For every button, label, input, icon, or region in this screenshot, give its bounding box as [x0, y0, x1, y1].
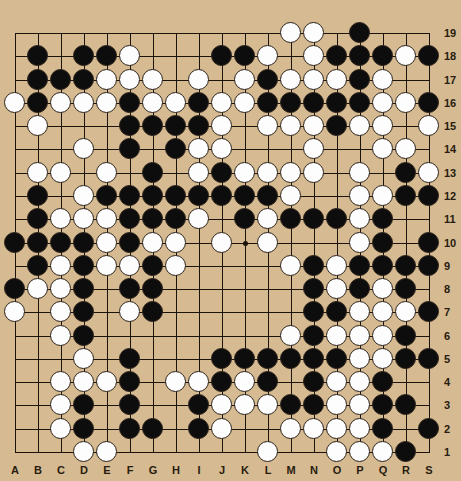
white-stone-C8[interactable] [50, 278, 71, 299]
black-stone-R3[interactable] [395, 394, 416, 415]
white-stone-D11[interactable] [73, 208, 94, 229]
row-label-7: 7 [444, 306, 450, 318]
column-label-P: P [356, 464, 363, 476]
row-label-4: 4 [444, 376, 450, 388]
black-stone-D3[interactable] [73, 394, 94, 415]
black-stone-M5[interactable] [280, 348, 301, 369]
white-stone-J2[interactable] [211, 418, 232, 439]
white-stone-P1[interactable] [349, 441, 370, 462]
black-stone-P19[interactable] [349, 22, 370, 43]
white-stone-E11[interactable] [96, 208, 117, 229]
row-label-19: 19 [444, 27, 456, 39]
white-stone-G16[interactable] [142, 92, 163, 113]
column-label-E: E [103, 464, 110, 476]
white-stone-K16[interactable] [234, 92, 255, 113]
white-stone-N14[interactable] [303, 138, 324, 159]
black-stone-B10[interactable] [27, 232, 48, 253]
black-stone-M16[interactable] [280, 92, 301, 113]
black-stone-P16[interactable] [349, 92, 370, 113]
black-stone-S9[interactable] [418, 255, 439, 276]
white-stone-B13[interactable] [27, 162, 48, 183]
row-label-10: 10 [444, 237, 456, 249]
black-stone-B17[interactable] [27, 69, 48, 90]
black-stone-G9[interactable] [142, 255, 163, 276]
white-stone-O1[interactable] [326, 441, 347, 462]
white-stone-I17[interactable] [188, 69, 209, 90]
black-stone-R13[interactable] [395, 162, 416, 183]
row-label-11: 11 [444, 213, 456, 225]
white-stone-M6[interactable] [280, 325, 301, 346]
white-stone-K17[interactable] [234, 69, 255, 90]
white-stone-Q15[interactable] [372, 115, 393, 136]
black-stone-A10[interactable] [4, 232, 25, 253]
white-stone-C9[interactable] [50, 255, 71, 276]
black-stone-L16[interactable] [257, 92, 278, 113]
column-label-O: O [333, 464, 342, 476]
black-stone-B11[interactable] [27, 208, 48, 229]
white-stone-E17[interactable] [96, 69, 117, 90]
white-stone-A16[interactable] [4, 92, 25, 113]
white-stone-E13[interactable] [96, 162, 117, 183]
black-stone-O5[interactable] [326, 348, 347, 369]
black-stone-S7[interactable] [418, 301, 439, 322]
black-stone-J18[interactable] [211, 45, 232, 66]
column-label-H: H [172, 464, 180, 476]
hoshi-point [243, 241, 248, 246]
black-stone-N4[interactable] [303, 371, 324, 392]
white-stone-O6[interactable] [326, 325, 347, 346]
black-stone-F10[interactable] [119, 232, 140, 253]
white-stone-H10[interactable] [165, 232, 186, 253]
go-board: ABCDEFGHIJKLMNOPQRS191817161514131211109… [0, 0, 461, 481]
black-stone-O16[interactable] [326, 92, 347, 113]
black-stone-Q4[interactable] [372, 371, 393, 392]
black-stone-L5[interactable] [257, 348, 278, 369]
white-stone-L1[interactable] [257, 441, 278, 462]
white-stone-N13[interactable] [303, 162, 324, 183]
white-stone-H16[interactable] [165, 92, 186, 113]
black-stone-F11[interactable] [119, 208, 140, 229]
black-stone-S10[interactable] [418, 232, 439, 253]
white-stone-M19[interactable] [280, 22, 301, 43]
white-stone-O2[interactable] [326, 418, 347, 439]
white-stone-P11[interactable] [349, 208, 370, 229]
white-stone-C2[interactable] [50, 418, 71, 439]
black-stone-H11[interactable] [165, 208, 186, 229]
black-stone-J12[interactable] [211, 185, 232, 206]
black-stone-C10[interactable] [50, 232, 71, 253]
black-stone-G7[interactable] [142, 301, 163, 322]
row-label-3: 3 [444, 399, 450, 411]
white-stone-N19[interactable] [303, 22, 324, 43]
black-stone-F16[interactable] [119, 92, 140, 113]
white-stone-F9[interactable] [119, 255, 140, 276]
white-stone-C3[interactable] [50, 394, 71, 415]
black-stone-G11[interactable] [142, 208, 163, 229]
black-stone-H15[interactable] [165, 115, 186, 136]
black-stone-S16[interactable] [418, 92, 439, 113]
black-stone-G2[interactable] [142, 418, 163, 439]
white-stone-C11[interactable] [50, 208, 71, 229]
row-label-5: 5 [444, 353, 450, 365]
white-stone-P15[interactable] [349, 115, 370, 136]
white-stone-S15[interactable] [418, 115, 439, 136]
white-stone-O8[interactable] [326, 278, 347, 299]
white-stone-G17[interactable] [142, 69, 163, 90]
black-stone-Q3[interactable] [372, 394, 393, 415]
black-stone-N6[interactable] [303, 325, 324, 346]
white-stone-P7[interactable] [349, 301, 370, 322]
black-stone-B9[interactable] [27, 255, 48, 276]
white-stone-M17[interactable] [280, 69, 301, 90]
black-stone-I3[interactable] [188, 394, 209, 415]
black-stone-G13[interactable] [142, 162, 163, 183]
row-label-18: 18 [444, 50, 456, 62]
white-stone-E10[interactable] [96, 232, 117, 253]
white-stone-A7[interactable] [4, 301, 25, 322]
black-stone-R8[interactable] [395, 278, 416, 299]
black-stone-L4[interactable] [257, 371, 278, 392]
black-stone-S18[interactable] [418, 45, 439, 66]
black-stone-N5[interactable] [303, 348, 324, 369]
black-stone-R5[interactable] [395, 348, 416, 369]
white-stone-R14[interactable] [395, 138, 416, 159]
white-stone-Q12[interactable] [372, 185, 393, 206]
white-stone-J16[interactable] [211, 92, 232, 113]
white-stone-G10[interactable] [142, 232, 163, 253]
black-stone-Q10[interactable] [372, 232, 393, 253]
white-stone-I14[interactable] [188, 138, 209, 159]
white-stone-C4[interactable] [50, 371, 71, 392]
white-stone-D5[interactable] [73, 348, 94, 369]
row-label-15: 15 [444, 120, 456, 132]
black-stone-O11[interactable] [326, 208, 347, 229]
white-stone-E4[interactable] [96, 371, 117, 392]
column-label-I: I [197, 464, 200, 476]
black-stone-S2[interactable] [418, 418, 439, 439]
black-stone-J5[interactable] [211, 348, 232, 369]
black-stone-D6[interactable] [73, 325, 94, 346]
black-stone-F4[interactable] [119, 371, 140, 392]
black-stone-L12[interactable] [257, 185, 278, 206]
row-label-12: 12 [444, 190, 456, 202]
white-stone-D16[interactable] [73, 92, 94, 113]
white-stone-M12[interactable] [280, 185, 301, 206]
black-stone-R9[interactable] [395, 255, 416, 276]
black-stone-N16[interactable] [303, 92, 324, 113]
column-label-L: L [265, 464, 272, 476]
white-stone-L13[interactable] [257, 162, 278, 183]
row-label-1: 1 [444, 446, 450, 458]
white-stone-J14[interactable] [211, 138, 232, 159]
column-label-J: J [219, 464, 225, 476]
row-label-6: 6 [444, 330, 450, 342]
black-stone-G8[interactable] [142, 278, 163, 299]
black-stone-P18[interactable] [349, 45, 370, 66]
white-stone-E1[interactable] [96, 441, 117, 462]
black-stone-F3[interactable] [119, 394, 140, 415]
black-stone-M3[interactable] [280, 394, 301, 415]
white-stone-S13[interactable] [418, 162, 439, 183]
black-stone-Q9[interactable] [372, 255, 393, 276]
white-stone-J3[interactable] [211, 394, 232, 415]
white-stone-C7[interactable] [50, 301, 71, 322]
black-stone-S12[interactable] [418, 185, 439, 206]
black-stone-D7[interactable] [73, 301, 94, 322]
black-stone-I15[interactable] [188, 115, 209, 136]
white-stone-R7[interactable] [395, 301, 416, 322]
black-stone-B12[interactable] [27, 185, 48, 206]
white-stone-J15[interactable] [211, 115, 232, 136]
black-stone-R1[interactable] [395, 441, 416, 462]
white-stone-M9[interactable] [280, 255, 301, 276]
white-stone-R18[interactable] [395, 45, 416, 66]
column-label-A: A [11, 464, 19, 476]
white-stone-N17[interactable] [303, 69, 324, 90]
white-stone-B8[interactable] [27, 278, 48, 299]
white-stone-O17[interactable] [326, 69, 347, 90]
white-stone-M15[interactable] [280, 115, 301, 136]
white-stone-D12[interactable] [73, 185, 94, 206]
white-stone-C13[interactable] [50, 162, 71, 183]
black-stone-I12[interactable] [188, 185, 209, 206]
white-stone-L15[interactable] [257, 115, 278, 136]
black-stone-D2[interactable] [73, 418, 94, 439]
column-label-S: S [425, 464, 432, 476]
black-stone-N9[interactable] [303, 255, 324, 276]
black-stone-H12[interactable] [165, 185, 186, 206]
white-stone-L10[interactable] [257, 232, 278, 253]
black-stone-L17[interactable] [257, 69, 278, 90]
column-label-M: M [286, 464, 295, 476]
white-stone-P3[interactable] [349, 394, 370, 415]
black-stone-F5[interactable] [119, 348, 140, 369]
white-stone-P5[interactable] [349, 348, 370, 369]
column-label-C: C [57, 464, 65, 476]
white-stone-H4[interactable] [165, 371, 186, 392]
white-stone-C16[interactable] [50, 92, 71, 113]
black-stone-P9[interactable] [349, 255, 370, 276]
black-stone-K12[interactable] [234, 185, 255, 206]
column-label-K: K [241, 464, 249, 476]
row-label-16: 16 [444, 97, 456, 109]
white-stone-L3[interactable] [257, 394, 278, 415]
black-stone-D9[interactable] [73, 255, 94, 276]
white-stone-D14[interactable] [73, 138, 94, 159]
white-stone-K13[interactable] [234, 162, 255, 183]
white-stone-P10[interactable] [349, 232, 370, 253]
black-stone-O15[interactable] [326, 115, 347, 136]
white-stone-K4[interactable] [234, 371, 255, 392]
white-stone-B15[interactable] [27, 115, 48, 136]
white-stone-P6[interactable] [349, 325, 370, 346]
row-label-17: 17 [444, 74, 456, 86]
white-stone-N15[interactable] [303, 115, 324, 136]
column-label-D: D [80, 464, 88, 476]
black-stone-I2[interactable] [188, 418, 209, 439]
black-stone-O18[interactable] [326, 45, 347, 66]
black-stone-C17[interactable] [50, 69, 71, 90]
white-stone-J10[interactable] [211, 232, 232, 253]
white-stone-O4[interactable] [326, 371, 347, 392]
white-stone-Q8[interactable] [372, 278, 393, 299]
white-stone-O9[interactable] [326, 255, 347, 276]
row-label-14: 14 [444, 143, 456, 155]
black-stone-G15[interactable] [142, 115, 163, 136]
black-stone-B16[interactable] [27, 92, 48, 113]
column-label-G: G [149, 464, 158, 476]
black-stone-N8[interactable] [303, 278, 324, 299]
black-stone-D8[interactable] [73, 278, 94, 299]
black-stone-J13[interactable] [211, 162, 232, 183]
column-label-Q: Q [379, 464, 388, 476]
black-stone-P8[interactable] [349, 278, 370, 299]
column-label-B: B [34, 464, 42, 476]
black-stone-D18[interactable] [73, 45, 94, 66]
white-stone-P13[interactable] [349, 162, 370, 183]
column-label-F: F [127, 464, 134, 476]
black-stone-P17[interactable] [349, 69, 370, 90]
white-stone-D1[interactable] [73, 441, 94, 462]
row-label-9: 9 [444, 260, 450, 272]
row-label-2: 2 [444, 423, 450, 435]
white-stone-P2[interactable] [349, 418, 370, 439]
white-stone-Q5[interactable] [372, 348, 393, 369]
black-stone-B18[interactable] [27, 45, 48, 66]
white-stone-K3[interactable] [234, 394, 255, 415]
black-stone-H14[interactable] [165, 138, 186, 159]
white-stone-F7[interactable] [119, 301, 140, 322]
black-stone-Q11[interactable] [372, 208, 393, 229]
black-stone-S5[interactable] [418, 348, 439, 369]
row-label-8: 8 [444, 283, 450, 295]
white-stone-I4[interactable] [188, 371, 209, 392]
white-stone-M13[interactable] [280, 162, 301, 183]
white-stone-C6[interactable] [50, 325, 71, 346]
white-stone-R16[interactable] [395, 92, 416, 113]
white-stone-Q6[interactable] [372, 325, 393, 346]
white-stone-N18[interactable] [303, 45, 324, 66]
black-stone-E18[interactable] [96, 45, 117, 66]
black-stone-D17[interactable] [73, 69, 94, 90]
white-stone-F18[interactable] [119, 45, 140, 66]
black-stone-O7[interactable] [326, 301, 347, 322]
black-stone-A8[interactable] [4, 278, 25, 299]
white-stone-E16[interactable] [96, 92, 117, 113]
white-stone-H9[interactable] [165, 255, 186, 276]
black-stone-R12[interactable] [395, 185, 416, 206]
black-stone-N11[interactable] [303, 208, 324, 229]
white-stone-L11[interactable] [257, 208, 278, 229]
black-stone-Q2[interactable] [372, 418, 393, 439]
row-label-13: 13 [444, 167, 456, 179]
white-stone-M2[interactable] [280, 418, 301, 439]
black-stone-K18[interactable] [234, 45, 255, 66]
white-stone-O3[interactable] [326, 394, 347, 415]
black-stone-R6[interactable] [395, 325, 416, 346]
black-stone-F14[interactable] [119, 138, 140, 159]
white-stone-Q17[interactable] [372, 69, 393, 90]
black-stone-J4[interactable] [211, 371, 232, 392]
black-stone-K11[interactable] [234, 208, 255, 229]
white-stone-I11[interactable] [188, 208, 209, 229]
white-stone-Q7[interactable] [372, 301, 393, 322]
black-stone-N3[interactable] [303, 394, 324, 415]
white-stone-F17[interactable] [119, 69, 140, 90]
black-stone-F12[interactable] [119, 185, 140, 206]
black-stone-I16[interactable] [188, 92, 209, 113]
black-stone-M11[interactable] [280, 208, 301, 229]
white-stone-Q16[interactable] [372, 92, 393, 113]
white-stone-P4[interactable] [349, 371, 370, 392]
white-stone-L18[interactable] [257, 45, 278, 66]
black-stone-Q18[interactable] [372, 45, 393, 66]
black-stone-E12[interactable] [96, 185, 117, 206]
white-stone-Q14[interactable] [372, 138, 393, 159]
white-stone-Q1[interactable] [372, 441, 393, 462]
black-stone-F2[interactable] [119, 418, 140, 439]
white-stone-P12[interactable] [349, 185, 370, 206]
black-stone-G12[interactable] [142, 185, 163, 206]
white-stone-D4[interactable] [73, 371, 94, 392]
black-stone-N7[interactable] [303, 301, 324, 322]
black-stone-F8[interactable] [119, 278, 140, 299]
column-label-N: N [310, 464, 318, 476]
black-stone-D10[interactable] [73, 232, 94, 253]
black-stone-F15[interactable] [119, 115, 140, 136]
black-stone-K5[interactable] [234, 348, 255, 369]
column-label-R: R [402, 464, 410, 476]
white-stone-E9[interactable] [96, 255, 117, 276]
white-stone-I13[interactable] [188, 162, 209, 183]
white-stone-N2[interactable] [303, 418, 324, 439]
